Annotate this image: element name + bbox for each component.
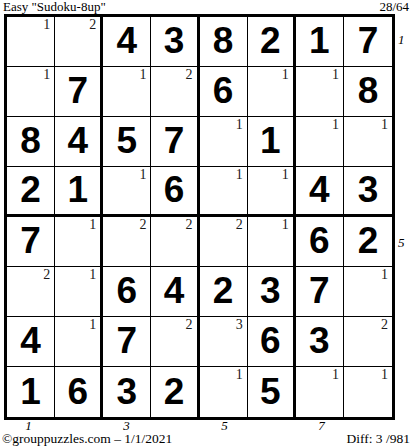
cell-r4c4[interactable]: 6: [151, 167, 199, 217]
cell-value: 4: [117, 22, 138, 59]
pencil-mark: 1: [236, 117, 243, 132]
cell-r5c5[interactable]: 2: [200, 217, 248, 267]
cell-r4c5[interactable]: 1: [200, 167, 248, 217]
cell-r2c1[interactable]: 1: [7, 67, 55, 117]
pencil-mark: 2: [381, 317, 388, 332]
cell-r8c6[interactable]: 5: [248, 367, 296, 417]
cell-r8c8[interactable]: 1: [344, 367, 392, 417]
pencil-mark: 1: [89, 217, 96, 232]
cell-value: 7: [67, 72, 88, 109]
cell-value: 7: [164, 122, 185, 159]
cell-value: 7: [20, 222, 41, 259]
pencil-mark: 1: [282, 217, 289, 232]
cell-r2c3[interactable]: 1: [103, 67, 151, 117]
pencil-mark: 2: [186, 317, 193, 332]
cell-value: 6: [260, 322, 281, 359]
pencil-mark: 1: [381, 267, 388, 282]
cell-r1c1[interactable]: 1: [7, 17, 55, 67]
cell-r8c1[interactable]: 1: [7, 367, 55, 417]
cell-value: 8: [358, 72, 379, 109]
cell-r6c3[interactable]: 6: [103, 267, 151, 317]
cell-r8c7[interactable]: 1: [296, 367, 344, 417]
cell-r3c2[interactable]: 4: [55, 117, 103, 167]
cell-value: 6: [117, 272, 138, 309]
cell-r2c7[interactable]: 1: [296, 67, 344, 117]
cell-r7c2[interactable]: 1: [55, 317, 103, 367]
cell-r3c8[interactable]: 1: [344, 117, 392, 167]
cell-value: 5: [260, 373, 281, 410]
cell-r8c2[interactable]: 6: [55, 367, 103, 417]
pencil-mark: 2: [186, 67, 193, 82]
cell-r6c1[interactable]: 2: [7, 267, 55, 317]
cell-r3c5[interactable]: 1: [200, 117, 248, 167]
pencil-mark: 2: [186, 217, 193, 232]
cell-r2c6[interactable]: 1: [248, 67, 296, 117]
progress-counter: 28/64: [379, 0, 409, 14]
cell-value: 2: [213, 272, 234, 309]
pencil-mark: 1: [332, 367, 339, 382]
cell-r1c4[interactable]: 3: [151, 17, 199, 67]
pencil-mark: 2: [43, 267, 50, 282]
cell-r7c4[interactable]: 2: [151, 317, 199, 367]
cell-r6c8[interactable]: 1: [344, 267, 392, 317]
cell-r7c8[interactable]: 2: [344, 317, 392, 367]
cell-value: 3: [164, 22, 185, 59]
cell-r2c4[interactable]: 2: [151, 67, 199, 117]
cell-value: 4: [164, 272, 185, 309]
cell-r1c5[interactable]: 8: [200, 17, 248, 67]
cell-r7c5[interactable]: 3: [200, 317, 248, 367]
cell-r7c6[interactable]: 6: [248, 317, 296, 367]
cell-r8c4[interactable]: 2: [151, 367, 199, 417]
cell-r2c8[interactable]: 8: [344, 67, 392, 117]
cell-r3c1[interactable]: 8: [7, 117, 55, 167]
pencil-mark: 2: [236, 217, 243, 232]
cell-value: 3: [309, 322, 330, 359]
cell-r5c2[interactable]: 1: [55, 217, 103, 267]
cell-r7c1[interactable]: 4: [7, 317, 55, 367]
cell-r1c6[interactable]: 2: [248, 17, 296, 67]
cell-value: 2: [164, 373, 185, 410]
pencil-mark: 1: [89, 267, 96, 282]
cell-value: 3: [260, 272, 281, 309]
sudoku-page: Easy "Sudoku-8up" 28/64 1243821717126118…: [0, 0, 412, 447]
cell-value: 6: [164, 171, 185, 208]
page-title: Easy "Sudoku-8up": [3, 0, 106, 14]
cell-r5c1[interactable]: 7: [7, 217, 55, 267]
pencil-mark: 2: [139, 217, 146, 232]
pencil-mark: 1: [43, 67, 50, 82]
difficulty-text: Diff: 3 /981: [347, 431, 411, 446]
sudoku-board: 1243821717126118845711112116114371222162…: [4, 14, 395, 420]
pencil-mark: 1: [381, 117, 388, 132]
header: Easy "Sudoku-8up" 28/64: [3, 0, 409, 14]
cell-value: 5: [117, 122, 138, 159]
cell-value: 3: [358, 171, 379, 208]
cell-value: 1: [309, 22, 330, 59]
cell-r5c4[interactable]: 2: [151, 217, 199, 267]
cell-r4c8[interactable]: 3: [344, 167, 392, 217]
cell-r8c5[interactable]: 1: [200, 367, 248, 417]
cell-r1c7[interactable]: 1: [296, 17, 344, 67]
cell-r6c6[interactable]: 3: [248, 267, 296, 317]
cell-value: 4: [67, 122, 88, 159]
pencil-mark: 1: [282, 67, 289, 82]
cell-value: 7: [117, 322, 138, 359]
cell-value: 1: [67, 171, 88, 208]
cell-r2c5[interactable]: 6: [200, 67, 248, 117]
pencil-mark: 1: [236, 367, 243, 382]
cell-r4c1[interactable]: 2: [7, 167, 55, 217]
cell-r6c7[interactable]: 7: [296, 267, 344, 317]
cell-value: 6: [213, 72, 234, 109]
cell-r4c2[interactable]: 1: [55, 167, 103, 217]
cell-r6c2[interactable]: 1: [55, 267, 103, 317]
cell-value: 6: [67, 373, 88, 410]
cell-value: 2: [260, 22, 281, 59]
row-label-5: 5: [398, 217, 412, 268]
pencil-mark: 1: [332, 67, 339, 82]
cell-value: 1: [260, 122, 281, 159]
cell-value: 4: [20, 322, 41, 359]
cell-r1c3[interactable]: 4: [103, 17, 151, 67]
copyright-text: ©grouppuzzles.com – 1/1/2021: [2, 431, 172, 446]
cell-r3c3[interactable]: 5: [103, 117, 151, 167]
pencil-mark: 1: [139, 167, 146, 182]
cell-r7c7[interactable]: 3: [296, 317, 344, 367]
cell-r6c5[interactable]: 2: [200, 267, 248, 317]
cell-r6c4[interactable]: 4: [151, 267, 199, 317]
cell-value: 4: [309, 171, 330, 208]
pencil-mark: 1: [236, 167, 243, 182]
cell-r4c3[interactable]: 1: [103, 167, 151, 217]
cell-value: 7: [358, 22, 379, 59]
pencil-mark: 3: [236, 317, 243, 332]
cell-value: 2: [20, 171, 41, 208]
pencil-mark: 1: [282, 167, 289, 182]
cell-r5c8[interactable]: 2: [344, 217, 392, 267]
pencil-mark: 1: [43, 17, 50, 32]
cell-value: 7: [309, 272, 330, 309]
pencil-mark: 2: [89, 17, 96, 32]
cell-r1c2[interactable]: 2: [55, 17, 103, 67]
pencil-mark: 1: [89, 317, 96, 332]
cell-r3c6[interactable]: 1: [248, 117, 296, 167]
cell-value: 2: [358, 222, 379, 259]
pencil-mark: 1: [381, 367, 388, 382]
cell-r3c4[interactable]: 7: [151, 117, 199, 167]
cell-value: 6: [309, 222, 330, 259]
cell-value: 1: [20, 373, 41, 410]
footer: ©grouppuzzles.com – 1/1/2021 Diff: 3 /98…: [2, 431, 410, 446]
cell-r5c3[interactable]: 2: [103, 217, 151, 267]
cell-r3c7[interactable]: 1: [296, 117, 344, 167]
cell-r5c6[interactable]: 1: [248, 217, 296, 267]
cell-r7c3[interactable]: 7: [103, 317, 151, 367]
cell-value: 3: [117, 373, 138, 410]
cell-r2c2[interactable]: 7: [55, 67, 103, 117]
cell-r8c3[interactable]: 3: [103, 367, 151, 417]
cell-r5c7[interactable]: 6: [296, 217, 344, 267]
cell-r4c7[interactable]: 4: [296, 167, 344, 217]
cell-r4c6[interactable]: 1: [248, 167, 296, 217]
row-label-1: 1: [398, 14, 412, 65]
pencil-mark: 1: [139, 67, 146, 82]
cell-value: 8: [213, 22, 234, 59]
cell-r1c8[interactable]: 7: [344, 17, 392, 67]
cell-value: 8: [20, 122, 41, 159]
pencil-mark: 1: [332, 117, 339, 132]
